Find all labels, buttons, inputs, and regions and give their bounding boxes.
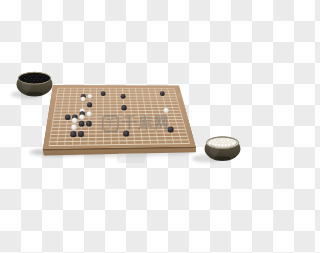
black-stone (121, 105, 126, 110)
bowl-black-stone (20, 77, 24, 81)
bowl-black-stone (33, 79, 37, 83)
bowl-white-stone (231, 142, 235, 146)
go-illustration-scene: 千 千库网 (0, 0, 253, 253)
bowl-white-stone (224, 143, 228, 147)
white-stone (88, 94, 93, 99)
black-stone (70, 131, 76, 137)
white-stone (72, 118, 78, 124)
bowl-black-stone (44, 77, 48, 81)
black-stone-bowl (17, 72, 53, 96)
watermark-tile-fragment (117, 153, 145, 163)
black-stone (78, 131, 84, 137)
bowl-black-stone (36, 79, 40, 83)
bowl-white-stone (221, 143, 225, 147)
bowl-black-stone (26, 79, 30, 83)
black-stone (87, 102, 92, 107)
go-board-illustration (0, 0, 253, 253)
black-stone (168, 127, 174, 133)
white-stone (79, 114, 84, 119)
black-stone (160, 91, 165, 96)
bowl-white-stone (208, 141, 212, 145)
black-stone (79, 121, 85, 127)
white-stone (164, 108, 169, 113)
black-stone (121, 94, 126, 99)
bowl-white-stone (217, 143, 221, 147)
bowl-white-stone (214, 143, 218, 147)
black-stone (86, 121, 92, 127)
black-stone (123, 130, 129, 136)
white-stone (71, 124, 77, 130)
white-stone-bowl (205, 137, 241, 161)
bowl-black-stone (40, 79, 44, 83)
bowl-white-stone (227, 143, 231, 147)
bowl-black-stone (29, 79, 33, 83)
white-stone (81, 97, 86, 102)
white-stone (87, 111, 92, 116)
black-stone (65, 115, 70, 120)
black-stone (101, 91, 106, 96)
